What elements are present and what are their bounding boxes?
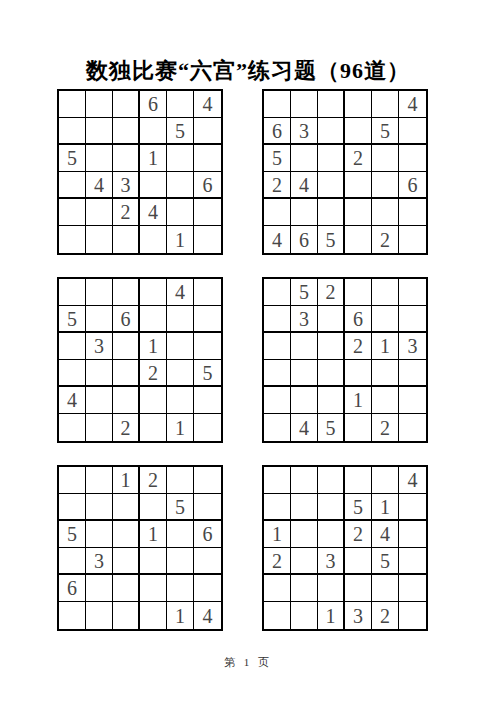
cell-r1c2-empty[interactable] (86, 467, 113, 494)
cell-r4c5-empty[interactable] (167, 360, 194, 387)
cell-r2c5-empty[interactable] (372, 306, 399, 333)
cell-r1c6-given: 4 (194, 91, 221, 118)
cell-r4c4-empty[interactable] (140, 548, 167, 575)
cell-r5c2-empty[interactable] (291, 575, 318, 602)
cell-r4c6-empty[interactable] (399, 360, 426, 387)
cell-r2c1-given: 5 (59, 306, 86, 333)
cell-r2c3-empty[interactable] (113, 118, 140, 145)
cell-r6c6-empty[interactable] (399, 414, 426, 441)
cell-r1c3-empty[interactable] (318, 91, 345, 118)
cell-r5c5-empty[interactable] (167, 199, 194, 226)
cell-r4c2-empty[interactable] (86, 360, 113, 387)
cell-r2c4-given: 5 (345, 494, 372, 521)
cell-r6c5-given: 1 (167, 414, 194, 441)
cell-r3c6-given: 3 (399, 333, 426, 360)
cell-r3c1-empty[interactable] (264, 333, 291, 360)
cell-r2c3-empty[interactable] (318, 118, 345, 145)
cell-r4c1-empty[interactable] (59, 360, 86, 387)
cell-r3c4-given: 2 (345, 145, 372, 172)
cell-r2c1-empty[interactable] (59, 494, 86, 521)
cell-r3c2-empty[interactable] (86, 521, 113, 548)
cell-r2c3-empty[interactable] (318, 494, 345, 521)
cell-r5c2-empty[interactable] (291, 387, 318, 414)
cell-r2c2-empty[interactable] (86, 118, 113, 145)
cell-r1c5-empty[interactable] (372, 467, 399, 494)
cell-r2c4-empty[interactable] (140, 494, 167, 521)
cell-r6c4-empty[interactable] (140, 414, 167, 441)
cell-r1c2-given: 5 (291, 279, 318, 306)
cell-r3c2-empty[interactable] (291, 521, 318, 548)
sudoku-board-5: 1255163614 (57, 465, 223, 631)
cell-r6c2-empty[interactable] (86, 226, 113, 253)
cell-r6c6-empty[interactable] (194, 226, 221, 253)
cell-r6c2-empty[interactable] (86, 414, 113, 441)
cell-r3c3-empty[interactable] (318, 333, 345, 360)
cell-r1c4-empty[interactable] (345, 467, 372, 494)
cell-r3c3-empty[interactable] (318, 145, 345, 172)
cell-r1c2-empty[interactable] (86, 279, 113, 306)
cell-r2c5-given: 5 (372, 118, 399, 145)
cell-r5c3-given: 2 (113, 199, 140, 226)
cell-r5c5-empty[interactable] (372, 575, 399, 602)
cell-r6c5-given: 2 (372, 414, 399, 441)
cell-r1c3-given: 2 (318, 279, 345, 306)
cell-r4c5-empty[interactable] (372, 360, 399, 387)
cell-r5c6-empty[interactable] (399, 575, 426, 602)
cell-r5c4-empty[interactable] (140, 387, 167, 414)
cell-r4c5-empty[interactable] (372, 172, 399, 199)
cell-r1c3-given: 1 (113, 467, 140, 494)
cell-r2c2-given: 3 (291, 118, 318, 145)
cell-r5c6-empty[interactable] (399, 387, 426, 414)
cell-r1c5-empty[interactable] (372, 279, 399, 306)
cell-r6c1-empty[interactable] (59, 414, 86, 441)
cell-r2c6-empty[interactable] (399, 306, 426, 333)
cell-r2c4-empty[interactable] (345, 118, 372, 145)
cell-r1c1-empty[interactable] (59, 467, 86, 494)
cell-r1c1-empty[interactable] (264, 279, 291, 306)
sudoku-board-6: 451124235132 (262, 465, 428, 631)
cell-r3c2-given: 3 (86, 333, 113, 360)
cell-r6c3-given: 2 (113, 414, 140, 441)
cell-r1c6-empty[interactable] (194, 467, 221, 494)
cell-r4c3-empty[interactable] (113, 360, 140, 387)
cell-r6c2-empty[interactable] (291, 602, 318, 629)
cell-r4c3-empty[interactable] (113, 548, 140, 575)
sudoku-board-3: 4563125421 (57, 277, 223, 443)
cell-r5c3-empty[interactable] (318, 199, 345, 226)
cell-r2c4-given: 6 (345, 306, 372, 333)
cell-r1c2-empty[interactable] (291, 467, 318, 494)
cell-r4c6-given: 5 (194, 360, 221, 387)
cell-r4c4-empty[interactable] (140, 172, 167, 199)
cell-r4c2-given: 3 (86, 548, 113, 575)
sudoku-board-1: 64551436241 (57, 89, 223, 255)
cell-r6c1-empty[interactable] (264, 414, 291, 441)
cell-r4c3-given: 3 (318, 548, 345, 575)
cell-r5c6-empty[interactable] (399, 199, 426, 226)
cell-r6c6-given: 4 (194, 602, 221, 629)
cell-r2c6-empty[interactable] (399, 494, 426, 521)
cell-r1c1-empty[interactable] (264, 467, 291, 494)
cell-r6c5-given: 2 (372, 226, 399, 253)
cell-r6c3-empty[interactable] (113, 226, 140, 253)
cell-r5c1-empty[interactable] (59, 199, 86, 226)
cell-r5c1-given: 4 (59, 387, 86, 414)
cell-r1c6-empty[interactable] (194, 279, 221, 306)
cell-r2c4-empty[interactable] (140, 118, 167, 145)
cell-r1c1-empty[interactable] (59, 279, 86, 306)
cell-r5c5-empty[interactable] (372, 387, 399, 414)
cell-r2c1-empty[interactable] (264, 494, 291, 521)
cell-r6c6-empty[interactable] (399, 602, 426, 629)
page-number: 第 1 页 (0, 655, 496, 670)
cell-r6c5-given: 2 (372, 602, 399, 629)
cell-r6c4-empty[interactable] (345, 414, 372, 441)
cell-r2c5-given: 5 (167, 494, 194, 521)
cell-r5c4-empty[interactable] (140, 575, 167, 602)
cell-r5c1-empty[interactable] (264, 575, 291, 602)
cell-r4c1-given: 2 (264, 172, 291, 199)
cell-r4c2-given: 4 (291, 172, 318, 199)
cell-r1c3-empty[interactable] (113, 279, 140, 306)
cell-r2c3-empty[interactable] (113, 494, 140, 521)
cell-r4c1-empty[interactable] (59, 548, 86, 575)
cell-r3c3-empty[interactable] (113, 145, 140, 172)
cell-r3c3-empty[interactable] (113, 333, 140, 360)
cell-r4c6-empty[interactable] (194, 548, 221, 575)
cell-r6c2-given: 4 (291, 414, 318, 441)
cell-r5c6-empty[interactable] (194, 575, 221, 602)
cell-r6c5-given: 1 (167, 226, 194, 253)
cell-r5c2-empty[interactable] (86, 387, 113, 414)
cell-r4c2-empty[interactable] (291, 360, 318, 387)
cell-r5c5-empty[interactable] (167, 575, 194, 602)
cell-r1c5-empty[interactable] (372, 91, 399, 118)
cell-r2c6-empty[interactable] (399, 118, 426, 145)
cell-r6c1-empty[interactable] (59, 602, 86, 629)
cell-r3c3-empty[interactable] (318, 521, 345, 548)
cell-r6c6-empty[interactable] (194, 414, 221, 441)
cell-r1c5-given: 4 (167, 279, 194, 306)
cell-r4c1-given: 2 (264, 548, 291, 575)
cell-r3c4-given: 2 (345, 333, 372, 360)
cell-r1c4-empty[interactable] (345, 91, 372, 118)
cell-r4c5-empty[interactable] (167, 548, 194, 575)
cell-r3c6-empty[interactable] (194, 333, 221, 360)
cell-r2c1-given: 6 (264, 118, 291, 145)
cell-r2c6-empty[interactable] (194, 118, 221, 145)
cell-r1c4-empty[interactable] (140, 279, 167, 306)
cell-r3c1-given: 1 (264, 521, 291, 548)
cell-r1c3-empty[interactable] (318, 467, 345, 494)
cell-r1c4-empty[interactable] (345, 279, 372, 306)
cell-r4c2-empty[interactable] (291, 548, 318, 575)
cell-r2c2-empty[interactable] (291, 494, 318, 521)
cell-r3c4-given: 1 (140, 333, 167, 360)
cell-r3c4-given: 1 (140, 145, 167, 172)
cell-r6c4-empty[interactable] (345, 226, 372, 253)
cell-r5c6-empty[interactable] (194, 199, 221, 226)
cell-r3c2-empty[interactable] (291, 333, 318, 360)
cell-r3c5-empty[interactable] (167, 145, 194, 172)
cell-r2c5-empty[interactable] (167, 306, 194, 333)
cell-r5c5-empty[interactable] (372, 199, 399, 226)
cell-r6c2-empty[interactable] (86, 602, 113, 629)
cell-r2c2-empty[interactable] (86, 494, 113, 521)
cell-r3c6-empty[interactable] (399, 145, 426, 172)
cell-r6c4-empty[interactable] (140, 226, 167, 253)
cell-r5c3-empty[interactable] (318, 387, 345, 414)
cell-r5c1-empty[interactable] (264, 199, 291, 226)
sudoku-board-2: 4635522464652 (262, 89, 428, 255)
cell-r2c6-empty[interactable] (194, 494, 221, 521)
cell-r5c3-empty[interactable] (113, 387, 140, 414)
page-title: 数独比赛“六宫”练习题（96道） (0, 56, 496, 86)
cell-r1c2-empty[interactable] (291, 91, 318, 118)
cell-r1c1-empty[interactable] (59, 91, 86, 118)
cell-r1c4-given: 6 (140, 91, 167, 118)
cell-r3c4-given: 2 (345, 521, 372, 548)
cell-r6c3-given: 1 (318, 602, 345, 629)
cell-r3c2-empty[interactable] (291, 145, 318, 172)
cell-r4c3-empty[interactable] (318, 172, 345, 199)
cell-r5c2-empty[interactable] (86, 575, 113, 602)
cell-r4c6-given: 6 (194, 172, 221, 199)
cell-r3c5-given: 1 (372, 333, 399, 360)
cell-r2c3-empty[interactable] (318, 306, 345, 333)
cell-r1c6-given: 4 (399, 91, 426, 118)
cell-r4c5-empty[interactable] (167, 172, 194, 199)
cell-r1c6-empty[interactable] (399, 279, 426, 306)
cell-r2c3-given: 6 (113, 306, 140, 333)
cell-r1c1-empty[interactable] (264, 91, 291, 118)
cell-r2c2-empty[interactable] (86, 306, 113, 333)
cell-r5c6-empty[interactable] (194, 387, 221, 414)
cell-r2c5-given: 1 (372, 494, 399, 521)
cell-r6c1-empty[interactable] (264, 602, 291, 629)
cell-r4c4-empty[interactable] (345, 548, 372, 575)
cell-r3c1-given: 5 (59, 145, 86, 172)
cell-r1c5-empty[interactable] (167, 467, 194, 494)
cell-r5c3-empty[interactable] (113, 575, 140, 602)
cell-r3c5-empty[interactable] (167, 333, 194, 360)
cell-r5c2-empty[interactable] (86, 199, 113, 226)
cell-r5c4-given: 4 (140, 199, 167, 226)
cell-r4c4-empty[interactable] (345, 360, 372, 387)
cell-r5c4-empty[interactable] (345, 199, 372, 226)
cell-r1c5-empty[interactable] (167, 91, 194, 118)
cell-r3c5-empty[interactable] (372, 145, 399, 172)
cell-r4c2-given: 4 (86, 172, 113, 199)
cell-r1c3-empty[interactable] (113, 91, 140, 118)
cell-r4c3-empty[interactable] (318, 360, 345, 387)
cell-r2c2-given: 3 (291, 306, 318, 333)
cell-r2c5-given: 5 (167, 118, 194, 145)
cell-r4c6-empty[interactable] (399, 548, 426, 575)
cell-r6c1-given: 4 (264, 226, 291, 253)
cell-r1c4-given: 2 (140, 467, 167, 494)
cell-r6c3-empty[interactable] (113, 602, 140, 629)
cell-r3c3-empty[interactable] (113, 521, 140, 548)
cell-r6c4-empty[interactable] (140, 602, 167, 629)
cell-r4c4-empty[interactable] (345, 172, 372, 199)
cell-r3c6-empty[interactable] (399, 521, 426, 548)
cell-r3c1-given: 5 (59, 521, 86, 548)
cell-r3c5-given: 4 (372, 521, 399, 548)
cell-r6c4-given: 3 (345, 602, 372, 629)
cell-r3c6-empty[interactable] (194, 145, 221, 172)
cell-r3c5-empty[interactable] (167, 521, 194, 548)
cell-r1c6-given: 4 (399, 467, 426, 494)
cell-r2c1-empty[interactable] (264, 306, 291, 333)
cell-r4c6-given: 6 (399, 172, 426, 199)
cell-r6c3-given: 5 (318, 226, 345, 253)
sudoku-board-4: 52362131452 (262, 277, 428, 443)
cell-r5c1-empty[interactable] (264, 387, 291, 414)
cell-r3c4-given: 1 (140, 521, 167, 548)
cell-r2c1-empty[interactable] (59, 118, 86, 145)
cell-r5c3-empty[interactable] (318, 575, 345, 602)
cell-r1c2-empty[interactable] (86, 91, 113, 118)
cell-r5c2-empty[interactable] (291, 199, 318, 226)
cell-r4c4-given: 2 (140, 360, 167, 387)
cell-r6c6-empty[interactable] (399, 226, 426, 253)
cell-r6c2-given: 6 (291, 226, 318, 253)
cell-r3c2-empty[interactable] (86, 145, 113, 172)
cell-r5c1-given: 6 (59, 575, 86, 602)
cell-r4c5-given: 5 (372, 548, 399, 575)
cell-r6c1-empty[interactable] (59, 226, 86, 253)
cell-r4c3-given: 3 (113, 172, 140, 199)
cell-r5c4-empty[interactable] (345, 575, 372, 602)
cell-r2c6-empty[interactable] (194, 306, 221, 333)
cell-r5c5-empty[interactable] (167, 387, 194, 414)
cell-r3c6-given: 6 (194, 521, 221, 548)
cell-r4c1-empty[interactable] (59, 172, 86, 199)
cell-r6c3-given: 5 (318, 414, 345, 441)
cell-r3c1-empty[interactable] (59, 333, 86, 360)
cell-r4c1-empty[interactable] (264, 360, 291, 387)
cell-r3c1-given: 5 (264, 145, 291, 172)
cell-r6c5-given: 1 (167, 602, 194, 629)
cell-r2c4-empty[interactable] (140, 306, 167, 333)
cell-r5c4-given: 1 (345, 387, 372, 414)
